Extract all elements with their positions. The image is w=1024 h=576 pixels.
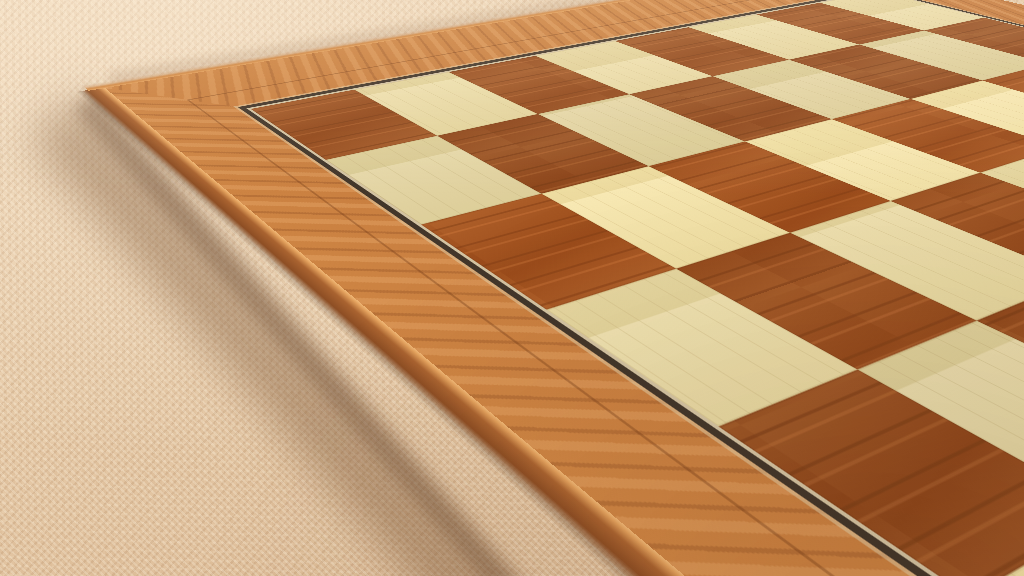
photo-scene <box>0 0 1024 576</box>
